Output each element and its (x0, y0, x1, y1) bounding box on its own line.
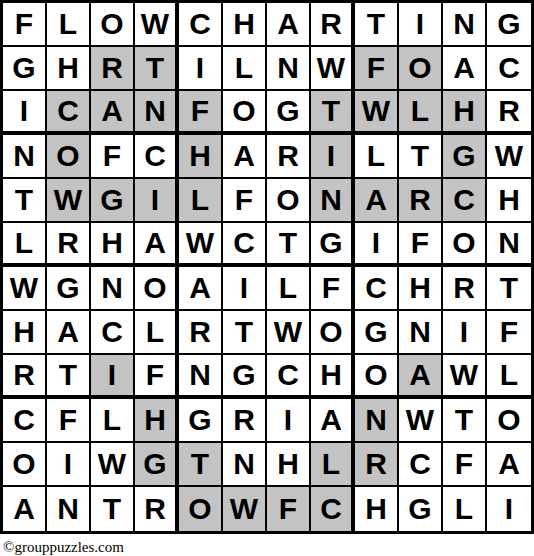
grid-cell: W (3, 267, 47, 311)
grid-cell: O (47, 135, 91, 179)
grid-cell: F (487, 311, 531, 355)
grid-cell: G (355, 311, 399, 355)
grid-cell: W (355, 91, 399, 135)
grid-cell: G (179, 399, 223, 443)
grid-cell: R (135, 487, 179, 531)
grid-cell: G (399, 487, 443, 531)
grid-cell: L (267, 267, 311, 311)
grid-cell: F (399, 223, 443, 267)
grid-cell: W (223, 487, 267, 531)
grid-cell: T (3, 179, 47, 223)
grid-cell: A (399, 355, 443, 399)
grid-cell: N (487, 223, 531, 267)
grid-cell: A (487, 443, 531, 487)
grid-cell: L (443, 487, 487, 531)
grid-cell: H (399, 267, 443, 311)
grid-cell: C (91, 311, 135, 355)
grid-cell: N (311, 179, 355, 223)
grid-cell: I (223, 267, 267, 311)
grid-cell: H (135, 399, 179, 443)
grid-cell: T (443, 399, 487, 443)
grid-cell: F (3, 3, 47, 47)
grid-cell: T (47, 355, 91, 399)
grid-cell: F (443, 443, 487, 487)
grid-cell: C (311, 487, 355, 531)
grid-cell: L (399, 91, 443, 135)
grid-cell: T (399, 135, 443, 179)
site-credit: ©grouppuzzles.com (3, 539, 124, 556)
grid-cell: L (487, 355, 531, 399)
grid-cell: W (91, 443, 135, 487)
grid-cell: F (267, 487, 311, 531)
grid-cell: W (47, 179, 91, 223)
grid-cell: F (223, 179, 267, 223)
grid-cell: O (135, 267, 179, 311)
grid-cell: R (91, 47, 135, 91)
grid-cell: H (355, 487, 399, 531)
grid-cell: R (443, 267, 487, 311)
grid-cell: H (47, 47, 91, 91)
grid-cell: I (3, 91, 47, 135)
grid-cell: A (443, 47, 487, 91)
grid-cell: H (487, 179, 531, 223)
grid-cell: T (311, 91, 355, 135)
grid-cell: O (311, 311, 355, 355)
grid-cell: N (179, 355, 223, 399)
grid-cell: C (179, 3, 223, 47)
grid-cell: G (47, 267, 91, 311)
grid-cell: L (355, 135, 399, 179)
grid-cell: O (443, 223, 487, 267)
sudoku-grid: FLOWCHARTINGGHRTILNWFOACICANFOGTWLHRNOFC… (0, 0, 534, 534)
grid-cell: H (443, 91, 487, 135)
grid-cell: N (443, 3, 487, 47)
grid-cell: N (135, 91, 179, 135)
grid-cell: G (487, 3, 531, 47)
grid-cell: I (267, 399, 311, 443)
grid-cell: C (135, 135, 179, 179)
grid-cell: L (179, 179, 223, 223)
grid-cell: W (487, 135, 531, 179)
grid-cell: F (311, 267, 355, 311)
grid-cell: C (487, 47, 531, 91)
grid-cell: W (179, 223, 223, 267)
grid-cell: C (355, 267, 399, 311)
grid-cell: T (223, 311, 267, 355)
grid-cell: W (267, 311, 311, 355)
grid-cell: H (179, 135, 223, 179)
grid-cell: R (355, 443, 399, 487)
grid-cell: R (487, 91, 531, 135)
grid-cell: O (91, 3, 135, 47)
grid-cell: N (47, 487, 91, 531)
grid-cell: A (47, 311, 91, 355)
grid-cell: O (355, 355, 399, 399)
grid-cell: N (267, 47, 311, 91)
grid-cell: R (267, 135, 311, 179)
grid-cell: R (47, 223, 91, 267)
grid-cell: W (443, 355, 487, 399)
grid-cell: C (47, 91, 91, 135)
grid-cell: N (399, 311, 443, 355)
grid-cell: A (3, 487, 47, 531)
grid-cell: A (355, 179, 399, 223)
grid-cell: G (3, 47, 47, 91)
grid-cell: I (355, 223, 399, 267)
grid-cell: O (399, 47, 443, 91)
grid-cell: O (267, 179, 311, 223)
grid-cell: T (91, 487, 135, 531)
grid-cell: L (135, 311, 179, 355)
grid-cell: G (267, 91, 311, 135)
grid-cell: L (223, 47, 267, 91)
grid-cell: A (135, 223, 179, 267)
grid-cell: F (135, 355, 179, 399)
grid-cell: C (223, 223, 267, 267)
grid-cell: T (267, 223, 311, 267)
grid-cell: H (267, 443, 311, 487)
grid-cell: A (311, 399, 355, 443)
grid-cell: H (223, 3, 267, 47)
grid-cell: T (355, 3, 399, 47)
grid-cell: G (91, 179, 135, 223)
grid-cell: T (179, 443, 223, 487)
grid-cell: T (487, 267, 531, 311)
grid-cell: I (47, 443, 91, 487)
grid-cell: N (223, 443, 267, 487)
grid-cell: F (355, 47, 399, 91)
grid-cell: I (179, 47, 223, 91)
grid-cell: O (3, 443, 47, 487)
grid-cell: O (487, 399, 531, 443)
grid-cell: W (311, 47, 355, 91)
grid-cell: R (399, 179, 443, 223)
grid-cell: L (311, 443, 355, 487)
grid-cell: I (91, 355, 135, 399)
grid-cell: W (399, 399, 443, 443)
grid-cell: L (47, 3, 91, 47)
grid-cell: I (399, 3, 443, 47)
grid-cell: R (311, 3, 355, 47)
grid-cell: F (179, 91, 223, 135)
grid-cell: C (3, 399, 47, 443)
grid-cell: R (179, 311, 223, 355)
grid-cell: O (223, 91, 267, 135)
grid-cell: I (135, 179, 179, 223)
grid-cell: L (91, 399, 135, 443)
grid-cell: I (311, 135, 355, 179)
grid-cell: W (135, 3, 179, 47)
grid-cell: N (91, 267, 135, 311)
grid-cell: A (267, 3, 311, 47)
grid-cell: L (3, 223, 47, 267)
grid-cell: R (223, 399, 267, 443)
grid-cell: T (135, 47, 179, 91)
grid-cell: H (311, 355, 355, 399)
grid-cell: O (179, 487, 223, 531)
grid-cell: C (399, 443, 443, 487)
grid-cell: G (311, 223, 355, 267)
grid-cell: I (487, 487, 531, 531)
grid-cell: F (91, 135, 135, 179)
grid-cell: C (267, 355, 311, 399)
grid-cell: I (443, 311, 487, 355)
grid-cell: G (223, 355, 267, 399)
grid-cell: N (355, 399, 399, 443)
grid-cell: A (223, 135, 267, 179)
grid-cell: R (3, 355, 47, 399)
grid-cell: G (135, 443, 179, 487)
grid-cell: C (443, 179, 487, 223)
grid-cell: A (179, 267, 223, 311)
grid-cell: H (3, 311, 47, 355)
grid-cell: G (443, 135, 487, 179)
grid-cell: H (91, 223, 135, 267)
grid-cell: F (47, 399, 91, 443)
grid-cell: A (91, 91, 135, 135)
grid-cell: N (3, 135, 47, 179)
